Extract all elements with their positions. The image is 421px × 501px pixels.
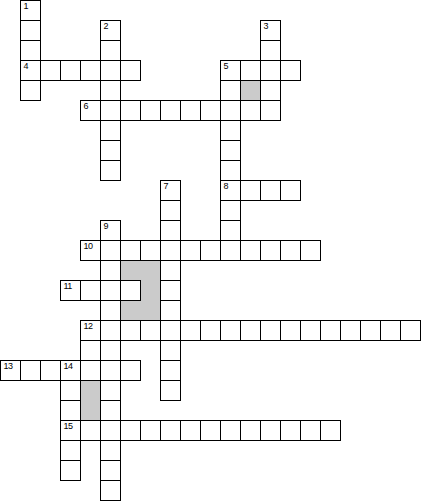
crossword-cell[interactable] [100, 140, 121, 161]
crossword-cell[interactable] [20, 40, 41, 61]
crossword-cell[interactable] [140, 240, 161, 261]
shaded-cell[interactable] [80, 380, 101, 401]
crossword-cell[interactable] [160, 200, 181, 221]
clue-number: 6 [84, 102, 89, 111]
crossword-cell[interactable] [300, 420, 321, 441]
crossword-cell[interactable] [180, 100, 201, 121]
crossword-cell[interactable] [40, 60, 61, 81]
crossword-cell[interactable] [100, 40, 121, 61]
crossword-cell[interactable]: 3 [260, 20, 281, 41]
crossword-cell[interactable] [160, 260, 181, 281]
crossword-cell[interactable] [220, 160, 241, 181]
crossword-cell[interactable] [300, 240, 321, 261]
crossword-cell[interactable] [300, 320, 321, 341]
crossword-cell[interactable]: 6 [80, 100, 101, 121]
crossword-cell[interactable] [240, 60, 261, 81]
clue-number: 7 [164, 182, 169, 191]
crossword-cell[interactable] [160, 360, 181, 381]
shaded-cell[interactable] [240, 80, 261, 101]
shaded-cell[interactable] [120, 300, 141, 321]
crossword-cell[interactable] [240, 180, 261, 201]
crossword-cell[interactable] [240, 100, 261, 121]
clue-number: 15 [64, 422, 73, 431]
crossword-cell[interactable] [60, 380, 81, 401]
crossword-cell[interactable] [100, 440, 121, 461]
crossword-cell[interactable] [100, 280, 121, 301]
clue-number: 14 [64, 362, 73, 371]
crossword-cell[interactable] [80, 340, 101, 361]
crossword-grid: 123456789101112131415 [0, 0, 421, 501]
crossword-cell[interactable]: 11 [60, 280, 81, 301]
crossword-cell[interactable] [160, 100, 181, 121]
clue-number: 2 [104, 22, 109, 31]
crossword-cell[interactable] [220, 420, 241, 441]
crossword-cell[interactable] [400, 320, 421, 341]
crossword-cell[interactable] [100, 460, 121, 481]
clue-number: 4 [24, 62, 29, 71]
crossword-cell[interactable] [200, 320, 221, 341]
crossword-cell[interactable] [60, 460, 81, 481]
crossword-cell[interactable] [120, 240, 141, 261]
crossword-cell[interactable] [140, 100, 161, 121]
clue-number: 5 [224, 62, 229, 71]
crossword-cell[interactable] [260, 420, 281, 441]
crossword-cell[interactable] [320, 320, 341, 341]
crossword-cell[interactable] [120, 100, 141, 121]
crossword-cell[interactable] [100, 240, 121, 261]
crossword-cell[interactable]: 2 [100, 20, 121, 41]
crossword-cell[interactable] [100, 160, 121, 181]
crossword-cell[interactable]: 5 [220, 60, 241, 81]
crossword-cell[interactable] [120, 280, 141, 301]
crossword-cell[interactable] [120, 420, 141, 441]
crossword-cell[interactable] [280, 240, 301, 261]
crossword-cell[interactable] [100, 360, 121, 381]
crossword-cell[interactable]: 13 [0, 360, 21, 381]
crossword-cell[interactable] [160, 240, 181, 261]
crossword-cell[interactable] [260, 240, 281, 261]
crossword-cell[interactable] [100, 100, 121, 121]
crossword-cell[interactable] [240, 240, 261, 261]
crossword-cell[interactable] [160, 300, 181, 321]
shaded-cell[interactable] [140, 300, 161, 321]
crossword-cell[interactable] [140, 420, 161, 441]
crossword-cell[interactable] [100, 260, 121, 281]
crossword-cell[interactable] [60, 400, 81, 421]
crossword-cell[interactable] [220, 320, 241, 341]
clue-number: 3 [264, 22, 269, 31]
crossword-cell[interactable] [120, 360, 141, 381]
crossword-cell[interactable] [220, 80, 241, 101]
crossword-cell[interactable]: 1 [20, 0, 41, 21]
crossword-cell[interactable] [180, 320, 201, 341]
crossword-cell[interactable] [20, 80, 41, 101]
crossword-cell[interactable] [60, 60, 81, 81]
crossword-cell[interactable] [80, 280, 101, 301]
crossword-cell[interactable] [380, 320, 401, 341]
crossword-cell[interactable] [220, 140, 241, 161]
crossword-cell[interactable] [100, 340, 121, 361]
crossword-cell[interactable] [160, 280, 181, 301]
crossword-cell[interactable] [240, 320, 261, 341]
crossword-cell[interactable] [220, 100, 241, 121]
crossword-cell[interactable] [260, 60, 281, 81]
crossword-cell[interactable] [180, 240, 201, 261]
crossword-cell[interactable]: 7 [160, 180, 181, 201]
crossword-cell[interactable] [140, 320, 161, 341]
crossword-cell[interactable] [100, 400, 121, 421]
clue-number: 13 [4, 362, 13, 371]
crossword-cell[interactable] [260, 40, 281, 61]
crossword-cell[interactable] [200, 240, 221, 261]
crossword-cell[interactable] [260, 320, 281, 341]
clue-number: 8 [224, 182, 229, 191]
crossword-cell[interactable] [100, 480, 121, 501]
crossword-cell[interactable] [100, 300, 121, 321]
shaded-cell[interactable] [120, 260, 141, 281]
crossword-cell[interactable] [260, 180, 281, 201]
crossword-cell[interactable] [360, 320, 381, 341]
crossword-cell[interactable] [100, 60, 121, 81]
crossword-cell[interactable] [340, 320, 361, 341]
crossword-cell[interactable] [40, 360, 61, 381]
crossword-cell[interactable] [20, 360, 41, 381]
crossword-cell[interactable] [60, 440, 81, 461]
clue-number: 10 [84, 242, 93, 251]
crossword-cell[interactable] [160, 420, 181, 441]
crossword-cell[interactable] [260, 100, 281, 121]
crossword-cell[interactable] [180, 420, 201, 441]
crossword-cell[interactable] [160, 340, 181, 361]
clue-number: 11 [64, 282, 72, 291]
crossword-cell[interactable] [120, 320, 141, 341]
crossword-cell[interactable] [280, 320, 301, 341]
crossword-cell[interactable] [280, 420, 301, 441]
crossword-cell[interactable] [160, 380, 181, 401]
crossword-cell[interactable] [100, 80, 121, 101]
crossword-cell[interactable] [100, 380, 121, 401]
crossword-cell[interactable] [220, 240, 241, 261]
crossword-cell[interactable] [260, 80, 281, 101]
crossword-cell[interactable]: 4 [20, 60, 41, 81]
crossword-cell[interactable] [100, 420, 121, 441]
crossword-cell[interactable] [240, 420, 261, 441]
crossword-cell[interactable] [100, 120, 121, 141]
crossword-cell[interactable] [200, 420, 221, 441]
crossword-cell[interactable] [160, 220, 181, 241]
crossword-cell[interactable]: 9 [100, 220, 121, 241]
crossword-cell[interactable] [320, 420, 341, 441]
crossword-cell[interactable] [280, 60, 301, 81]
crossword-cell[interactable] [80, 420, 101, 441]
clue-number: 9 [104, 222, 109, 231]
crossword-cell[interactable]: 15 [60, 420, 81, 441]
crossword-cell[interactable]: 10 [80, 240, 101, 261]
crossword-cell[interactable] [20, 20, 41, 41]
crossword-cell[interactable] [160, 320, 181, 341]
crossword-cell[interactable]: 14 [60, 360, 81, 381]
crossword-cell[interactable] [280, 180, 301, 201]
clue-number: 1 [24, 2, 29, 11]
crossword-cell[interactable] [120, 60, 141, 81]
crossword-cell[interactable] [80, 60, 101, 81]
crossword-cell[interactable] [220, 220, 241, 241]
crossword-cell[interactable] [220, 120, 241, 141]
crossword-cell[interactable]: 12 [80, 320, 101, 341]
crossword-cell[interactable]: 8 [220, 180, 241, 201]
crossword-cell[interactable] [80, 360, 101, 381]
crossword-cell[interactable] [200, 100, 221, 121]
crossword-cell[interactable] [100, 320, 121, 341]
clue-number: 12 [84, 322, 93, 331]
shaded-cell[interactable] [140, 280, 161, 301]
shaded-cell[interactable] [140, 260, 161, 281]
shaded-cell[interactable] [80, 400, 101, 421]
crossword-cell[interactable] [220, 200, 241, 221]
